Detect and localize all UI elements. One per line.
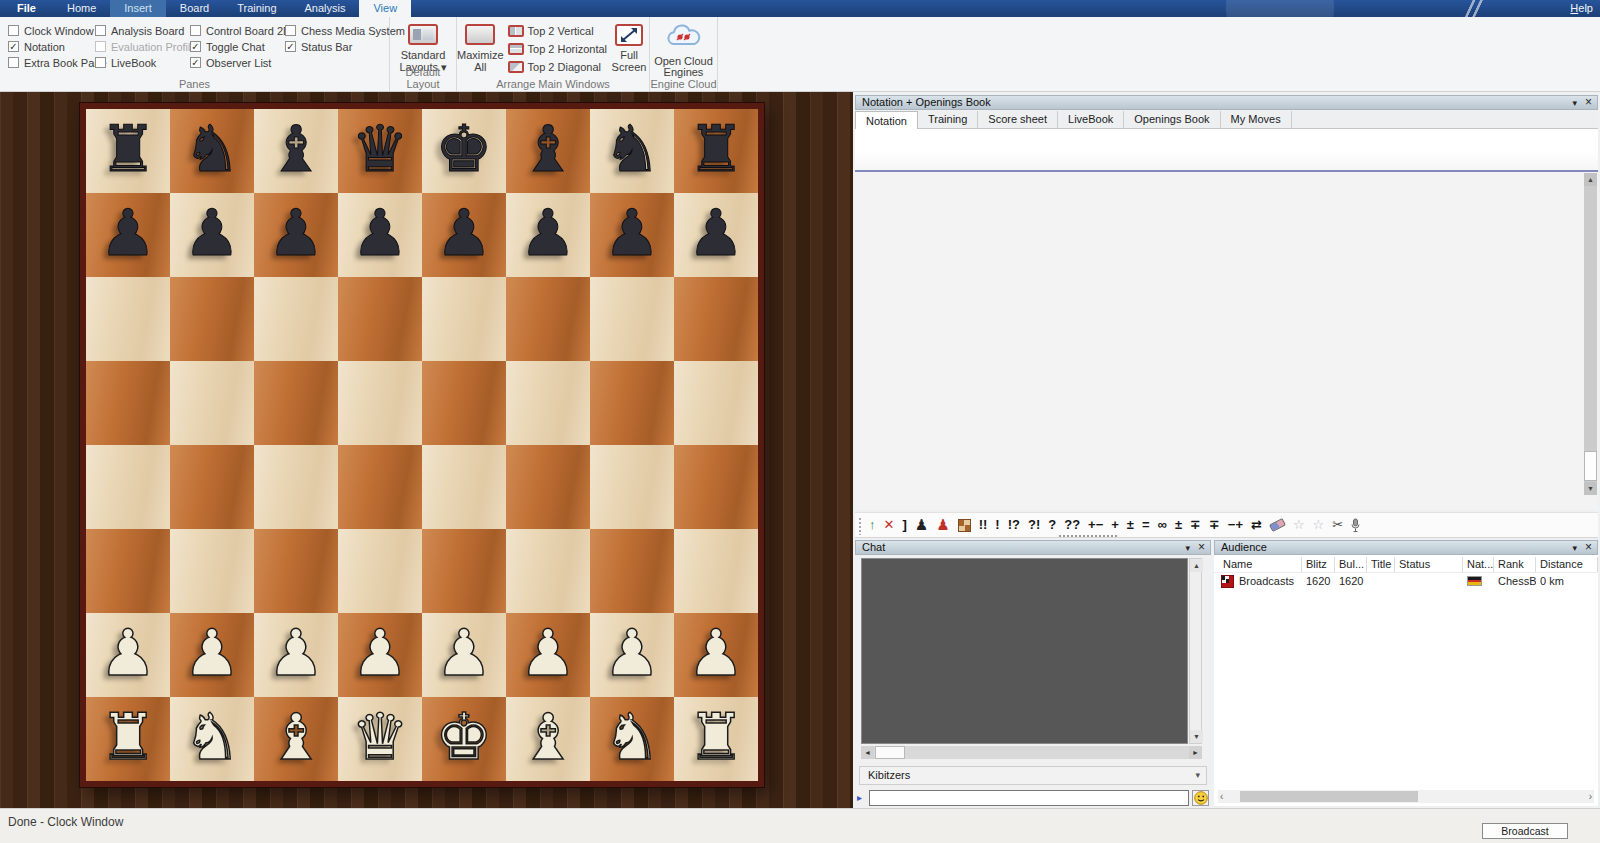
eval-counterplay-button[interactable]: ⇄ <box>1251 514 1262 536</box>
eval-white-slightly-better-button[interactable]: ± <box>1175 514 1182 536</box>
audience-column-blitz[interactable]: Blitz <box>1302 557 1335 572</box>
maximize-all-label: Maximize All <box>457 50 504 73</box>
square-c7[interactable]: ♟ <box>254 193 338 277</box>
square-d8[interactable]: ♛ <box>338 109 422 193</box>
white-bishop: ♝ <box>267 705 324 769</box>
piece-letter-black-button[interactable]: ♟ <box>915 514 928 536</box>
checkbox-box <box>95 57 106 68</box>
standard-layouts-icon <box>408 24 438 45</box>
square-f1[interactable]: ♝ <box>506 697 590 781</box>
piece-letter-red-button[interactable]: ♟ <box>936 514 949 536</box>
square-a6[interactable] <box>86 277 170 361</box>
menu-bar: FileHomeInsertBoardTrainingAnalysisView … <box>0 0 1600 17</box>
square-h6[interactable] <box>674 277 758 361</box>
chat-title: Chat <box>862 541 885 553</box>
square-e2[interactable]: ♟ <box>422 613 506 697</box>
top-2-diagonal-button[interactable]: Top 2 Diagonal <box>508 60 608 74</box>
checkbox-label: Observer List <box>206 57 271 69</box>
square-f2[interactable]: ♟ <box>506 613 590 697</box>
kibitzers-label: Kibitzers <box>868 769 910 781</box>
audience-cell-status <box>1395 573 1463 589</box>
square-e7[interactable]: ♟ <box>422 193 506 277</box>
square-c1[interactable]: ♝ <box>254 697 338 781</box>
square-g5[interactable] <box>590 361 674 445</box>
checkbox-control-board-2d[interactable]: Control Board 2D <box>190 24 285 37</box>
checkbox-box: ✓ <box>8 41 19 52</box>
checkbox-extra-book-pane[interactable]: Extra Book Pane <box>8 56 95 69</box>
audience-scroll-left-icon[interactable]: ‹ <box>1220 790 1223 803</box>
white-pawn: ♟ <box>99 621 156 685</box>
menu-tab-view[interactable]: View <box>359 0 411 17</box>
black-pawn: ♟ <box>267 201 324 265</box>
black-pawn: ♟ <box>687 201 744 265</box>
black-queen: ♛ <box>351 117 408 181</box>
group-label-panes: Panes <box>0 78 389 90</box>
checkbox-chess-media-system[interactable]: Chess Media System <box>285 24 395 37</box>
square-f7[interactable]: ♟ <box>506 193 590 277</box>
audience-column-rank[interactable]: Rank <box>1494 557 1536 572</box>
notation-game-header <box>855 129 1598 170</box>
square-f3[interactable] <box>506 529 590 613</box>
square-a7[interactable]: ♟ <box>86 193 170 277</box>
small-button-label: Top 2 Vertical <box>528 25 594 37</box>
chess-board: ♜♞♝♛♚♝♞♜♟♟♟♟♟♟♟♟♟♟♟♟♟♟♟♟♜♞♝♛♚♝♞♜ <box>80 103 764 787</box>
square-b8[interactable]: ♞ <box>170 109 254 193</box>
square-a2[interactable]: ♟ <box>86 613 170 697</box>
audience-cell-name: Broadcasts <box>1214 573 1302 589</box>
star-outline-1-button[interactable]: ☆ <box>1293 514 1305 536</box>
black-knight: ♞ <box>603 117 660 181</box>
black-pawn: ♟ <box>435 201 492 265</box>
square-h3[interactable] <box>674 529 758 613</box>
checkbox-label: Control Board 2D <box>206 25 291 37</box>
eval-unclear-button[interactable]: ∞ <box>1158 514 1167 536</box>
square-d6[interactable] <box>338 277 422 361</box>
menu-help[interactable]: Help <box>1570 0 1593 17</box>
kibitzers-dropdown[interactable]: Kibitzers ▾ <box>859 766 1207 785</box>
square-g2[interactable]: ♟ <box>590 613 674 697</box>
annotation-toolbar: ↑✕]♟♟!!!!??!???+−+±=∞±∓∓−+⇄☆☆✂ <box>855 512 1598 538</box>
chat-horizontal-scrollbar[interactable]: ◄ ► <box>861 746 1202 759</box>
square-f6[interactable] <box>506 277 590 361</box>
checkbox-box: ✓ <box>190 57 201 68</box>
ribbon-group-engine-cloud: Open Cloud Engines Engine Cloud <box>650 17 718 91</box>
square-d5[interactable] <box>338 361 422 445</box>
square-c3[interactable] <box>254 529 338 613</box>
checkbox-box <box>95 25 106 36</box>
checkbox-livebook[interactable]: LiveBook <box>95 56 190 69</box>
black-pawn: ♟ <box>183 201 240 265</box>
square-c8[interactable]: ♝ <box>254 109 338 193</box>
chat-scroll-right-icon[interactable]: ► <box>1189 746 1202 759</box>
white-pawn: ♟ <box>519 621 576 685</box>
notation-scroll-thumb[interactable] <box>1584 451 1597 481</box>
notation-tab-strip: NotationTrainingScore sheetLiveBookOpeni… <box>855 111 1598 129</box>
checkbox-label: Analysis Board <box>111 25 184 37</box>
group-label-engine-cloud: Engine Cloud <box>650 78 717 90</box>
eraser-icon[interactable] <box>1269 518 1286 532</box>
checkbox-toggle-chat[interactable]: ✓Toggle Chat <box>190 40 285 53</box>
menu-tabs: FileHomeInsertBoardTrainingAnalysisView <box>0 0 1600 17</box>
eval-black-better-button[interactable]: ∓ <box>1209 514 1220 536</box>
germany-flag-icon <box>1467 576 1482 586</box>
checkbox-box <box>8 57 19 68</box>
audience-panel: Audience ▾× NameBlitzBul...TitleStatusNa… <box>1214 540 1598 806</box>
square-h8[interactable]: ♜ <box>674 109 758 193</box>
top-2-horizontal-button[interactable]: Top 2 Horizontal <box>508 42 608 56</box>
group-label-arrange: Arrange Main Windows <box>457 78 649 90</box>
top-2-vertical-button[interactable]: Top 2 Vertical <box>508 24 608 38</box>
black-pawn: ♟ <box>99 201 156 265</box>
audience-cell-blitz: 1620 <box>1302 573 1335 589</box>
checkbox-evaluation-profile[interactable]: Evaluation Profile <box>95 40 190 53</box>
square-d7[interactable]: ♟ <box>338 193 422 277</box>
notation-scrollbar[interactable]: ▲ ▼ <box>1584 173 1597 495</box>
audience-column-bul[interactable]: Bul... <box>1335 557 1367 572</box>
white-pawn: ♟ <box>267 621 324 685</box>
audience-cell-bul: 1620 <box>1335 573 1367 589</box>
square-g1[interactable]: ♞ <box>590 697 674 781</box>
tab-livebook[interactable]: LiveBook <box>1058 111 1124 128</box>
ribbon: Clock Window✓NotationExtra Book PaneAnal… <box>0 17 1600 92</box>
square-g7[interactable]: ♟ <box>590 193 674 277</box>
audience-menu-caret-icon[interactable]: ▾ <box>1572 541 1577 555</box>
menu-tab-insert[interactable]: Insert <box>110 0 166 17</box>
black-pawn: ♟ <box>603 201 660 265</box>
audience-column-status[interactable]: Status <box>1395 557 1463 572</box>
menu-tab-training[interactable]: Training <box>223 0 290 17</box>
audience-column-distance[interactable]: Distance <box>1536 557 1598 572</box>
checkbox-label: Clock Window <box>24 25 94 37</box>
square-h7[interactable]: ♟ <box>674 193 758 277</box>
menu-tab-file[interactable]: File <box>0 0 53 17</box>
nag-mistake-button[interactable]: ? <box>1048 514 1056 536</box>
audience-hscroll-thumb[interactable] <box>1240 791 1418 802</box>
square-e6[interactable] <box>422 277 506 361</box>
square-b3[interactable] <box>170 529 254 613</box>
tab-training[interactable]: Training <box>918 111 978 128</box>
black-pawn: ♟ <box>519 201 576 265</box>
nag-good-button[interactable]: ! <box>995 514 999 536</box>
board-background: ♜♞♝♛♚♝♞♜♟♟♟♟♟♟♟♟♟♟♟♟♟♟♟♟♜♞♝♛♚♝♞♜ <box>0 92 853 808</box>
white-pawn: ♟ <box>183 621 240 685</box>
chat-close-icon[interactable]: × <box>1198 541 1205 555</box>
square-c5[interactable] <box>254 361 338 445</box>
broadcast-button[interactable]: Broadcast <box>1482 823 1568 839</box>
audience-table-header: NameBlitzBul...TitleStatusNat...RankDist… <box>1214 557 1598 573</box>
white-knight: ♞ <box>603 705 660 769</box>
group-label-default-layout: Default Layout <box>390 66 456 90</box>
eval-black-winning-button[interactable]: −+ <box>1228 514 1243 536</box>
top-2-diagonal-icon <box>508 61 524 73</box>
square-g8[interactable]: ♞ <box>590 109 674 193</box>
arrow-up-button[interactable]: ↑ <box>869 514 876 536</box>
nag-brilliant-button[interactable]: !! <box>979 514 988 536</box>
square-a8[interactable]: ♜ <box>86 109 170 193</box>
audience-cell-distance: 0 km <box>1536 573 1598 589</box>
nag-blunder-button[interactable]: ?? <box>1064 514 1080 536</box>
audience-column-nat[interactable]: Nat... <box>1463 557 1494 572</box>
notation-panel-title: Notation + Openings Book <box>862 96 991 108</box>
full-screen-button[interactable]: Full Screen <box>609 17 649 74</box>
checkbox-box <box>190 25 201 36</box>
square-h5[interactable] <box>674 361 758 445</box>
white-pawn: ♟ <box>351 621 408 685</box>
ribbon-group-default-layout: Standard Layouts ▾ Default Layout <box>390 17 457 91</box>
audience-column-name[interactable]: Name <box>1214 557 1302 572</box>
square-f5[interactable] <box>506 361 590 445</box>
checkbox-box <box>285 25 296 36</box>
chat-titlebar: Chat ▾× <box>855 540 1211 555</box>
white-king: ♚ <box>435 705 492 769</box>
square-f8[interactable]: ♝ <box>506 109 590 193</box>
audience-cell-nat <box>1463 573 1494 589</box>
top-2-horizontal-icon <box>508 43 524 55</box>
eval-plus-button[interactable]: + <box>1111 514 1119 536</box>
checkbox-box <box>95 41 106 52</box>
status-text: Done - Clock Window <box>8 815 123 829</box>
chat-message-input[interactable] <box>869 790 1189 806</box>
square-a5[interactable] <box>86 361 170 445</box>
checkbox-label: LiveBook <box>111 57 156 69</box>
square-f4[interactable] <box>506 445 590 529</box>
standard-layouts-button[interactable]: Standard Layouts ▾ <box>390 17 456 73</box>
square-e4[interactable] <box>422 445 506 529</box>
checkbox-label: Notation <box>24 41 65 53</box>
black-bishop: ♝ <box>519 117 576 181</box>
square-b2[interactable]: ♟ <box>170 613 254 697</box>
square-b1[interactable]: ♞ <box>170 697 254 781</box>
audience-cell-title <box>1367 573 1395 589</box>
tab-openings-book[interactable]: Openings Book <box>1124 111 1220 128</box>
ribbon-group-arrange: Maximize All Top 2 VerticalTop 2 Horizon… <box>457 17 650 91</box>
nag-dubious-button[interactable]: ?! <box>1028 514 1040 536</box>
scissors-button[interactable]: ✂ <box>1332 514 1343 536</box>
chat-panel: Chat ▾× ▲ ▼ ◄ ► Kibitzers ▾ ▸ <box>855 540 1211 806</box>
square-b4[interactable] <box>170 445 254 529</box>
chat-vertical-scrollbar[interactable]: ▲ ▼ <box>1189 558 1202 744</box>
notation-panel-titlebar: Notation + Openings Book ▾× <box>855 95 1598 110</box>
checkbox-status-bar[interactable]: ✓Status Bar <box>285 40 395 53</box>
checkbox-clock-window[interactable]: Clock Window <box>8 24 95 37</box>
audience-close-icon[interactable]: × <box>1585 541 1592 555</box>
square-d4[interactable] <box>338 445 422 529</box>
ribbon-group-panes: Clock Window✓NotationExtra Book PaneAnal… <box>0 17 390 91</box>
black-bishop: ♝ <box>267 117 324 181</box>
audience-title: Audience <box>1221 541 1267 553</box>
scroll-down-icon[interactable]: ▼ <box>1584 482 1597 495</box>
checkbox-box <box>8 25 19 36</box>
square-g4[interactable] <box>590 445 674 529</box>
audience-table-row[interactable]: Broadcasts16201620ChessBa:0 km <box>1214 573 1598 589</box>
small-button-label: Top 2 Diagonal <box>528 61 601 73</box>
tab-my-moves[interactable]: My Moves <box>1221 111 1292 128</box>
right-panel: Notation + Openings Book ▾× NotationTrai… <box>853 92 1600 808</box>
checkbox-observer-list[interactable]: ✓Observer List <box>190 56 285 69</box>
square-g3[interactable] <box>590 529 674 613</box>
square-h1[interactable]: ♜ <box>674 697 758 781</box>
square-e1[interactable]: ♚ <box>422 697 506 781</box>
square-h2[interactable]: ♟ <box>674 613 758 697</box>
square-e3[interactable] <box>422 529 506 613</box>
square-c2[interactable]: ♟ <box>254 613 338 697</box>
notation-move-area[interactable] <box>855 172 1598 510</box>
menu-tab-analysis[interactable]: Analysis <box>291 0 360 17</box>
notation-body: ▲ ▼ <box>855 129 1598 510</box>
square-d1[interactable]: ♛ <box>338 697 422 781</box>
kibitzers-caret-icon: ▾ <box>1195 767 1200 784</box>
chat-scroll-down-icon[interactable]: ▼ <box>1190 730 1203 743</box>
cloud-engines-icon <box>665 24 703 53</box>
black-pawn: ♟ <box>351 201 408 265</box>
eval-white-better-button[interactable]: ± <box>1127 514 1134 536</box>
tab-score-sheet[interactable]: Score sheet <box>978 111 1058 128</box>
open-cloud-engines-label: Open Cloud Engines <box>650 56 717 79</box>
square-b5[interactable] <box>170 361 254 445</box>
tab-notation[interactable]: Notation <box>855 111 918 129</box>
square-e8[interactable]: ♚ <box>422 109 506 193</box>
full-screen-label: Full Screen <box>609 50 649 73</box>
chat-scroll-left-icon[interactable]: ◄ <box>861 746 874 759</box>
white-knight: ♞ <box>183 705 240 769</box>
splitter-handle[interactable] <box>1058 534 1118 538</box>
square-b7[interactable]: ♟ <box>170 193 254 277</box>
checkbox-label: Toggle Chat <box>206 41 265 53</box>
nag-interesting-button[interactable]: !? <box>1008 514 1020 536</box>
white-bishop: ♝ <box>519 705 576 769</box>
maximize-all-icon <box>465 24 495 45</box>
black-king: ♚ <box>435 117 492 181</box>
notation-menu-caret-icon[interactable]: ▾ <box>1572 96 1577 110</box>
notation-close-icon[interactable]: × <box>1585 96 1592 110</box>
square-h4[interactable] <box>674 445 758 529</box>
checkbox-label: Status Bar <box>301 41 352 53</box>
board-colors-icon[interactable] <box>958 519 971 532</box>
square-d3[interactable] <box>338 529 422 613</box>
checkbox-box: ✓ <box>190 41 201 52</box>
audience-horizontal-scrollbar[interactable]: ‹ › <box>1218 790 1594 803</box>
top-2-vertical-icon <box>508 25 524 37</box>
square-d2[interactable]: ♟ <box>338 613 422 697</box>
square-c4[interactable] <box>254 445 338 529</box>
audience-scroll-right-icon[interactable]: › <box>1589 790 1592 803</box>
square-g6[interactable] <box>590 277 674 361</box>
checkbox-analysis-board[interactable]: Analysis Board <box>95 24 190 37</box>
delete-annotation-button[interactable]: ✕ <box>884 514 895 536</box>
maximize-all-button[interactable]: Maximize All <box>457 17 504 74</box>
chat-scroll-up-icon[interactable]: ▲ <box>1190 559 1203 572</box>
chat-prompt-arrow-icon: ▸ <box>857 790 866 806</box>
black-rook: ♜ <box>99 117 156 181</box>
eval-white-winning-button[interactable]: +− <box>1088 514 1103 536</box>
toolbar-drag-handle[interactable] <box>858 517 863 535</box>
scroll-up-icon[interactable]: ▲ <box>1584 173 1597 186</box>
checkbox-label: Evaluation Profile <box>111 41 197 53</box>
audience-column-title[interactable]: Title <box>1367 557 1395 572</box>
checkbox-notation[interactable]: ✓Notation <box>8 40 95 53</box>
emoticon-button[interactable] <box>1192 790 1209 806</box>
white-rook: ♜ <box>687 705 744 769</box>
status-bar: Done - Clock Window Broadcast <box>0 808 1600 843</box>
chat-input-row: ▸ <box>857 789 1209 806</box>
square-e5[interactable] <box>422 361 506 445</box>
menu-tab-home[interactable]: Home <box>53 0 110 17</box>
star-outline-2-button[interactable]: ☆ <box>1313 514 1325 536</box>
chat-messages-area[interactable] <box>861 558 1188 744</box>
black-knight: ♞ <box>183 117 240 181</box>
square-c6[interactable] <box>254 277 338 361</box>
square-a3[interactable] <box>86 529 170 613</box>
bracket-button[interactable]: ] <box>902 514 906 536</box>
square-b6[interactable] <box>170 277 254 361</box>
square-a1[interactable]: ♜ <box>86 697 170 781</box>
checkbox-box: ✓ <box>285 41 296 52</box>
full-screen-icon <box>615 24 643 46</box>
white-rook: ♜ <box>99 705 156 769</box>
white-pawn: ♟ <box>687 621 744 685</box>
black-rook: ♜ <box>687 117 744 181</box>
audience-titlebar: Audience ▾× <box>1214 540 1598 555</box>
broadcast-board-icon <box>1221 575 1234 588</box>
white-pawn: ♟ <box>435 621 492 685</box>
microphone-icon[interactable] <box>1351 518 1360 533</box>
open-cloud-engines-button[interactable]: Open Cloud Engines <box>650 17 717 79</box>
white-queen: ♛ <box>351 705 408 769</box>
eval-black-slightly-better-button[interactable]: ∓ <box>1190 514 1201 536</box>
square-a4[interactable] <box>86 445 170 529</box>
chat-hscroll-thumb[interactable] <box>875 746 905 759</box>
chat-menu-caret-icon[interactable]: ▾ <box>1185 541 1190 555</box>
white-pawn: ♟ <box>603 621 660 685</box>
audience-cell-rank: ChessBa: <box>1494 573 1536 589</box>
eval-equal-button[interactable]: = <box>1142 514 1150 536</box>
menu-tab-board[interactable]: Board <box>166 0 223 17</box>
small-button-label: Top 2 Horizontal <box>528 43 608 55</box>
